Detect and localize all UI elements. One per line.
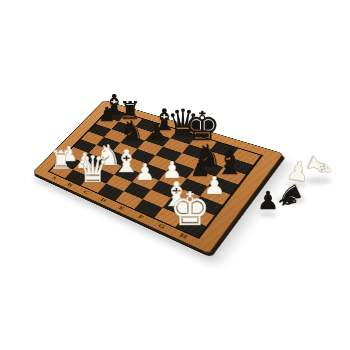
file-label-c: C	[82, 189, 90, 195]
file-label-e: E	[118, 205, 126, 211]
product-photo-stage: ABCDEFGH ♝♜♟♝♛♟♞♚♟♞♞♟♜♝♝♟♟♟♛♟♝♚ ♟♝♞♟	[0, 0, 350, 350]
board-grid	[50, 109, 261, 237]
file-label-a: A	[51, 175, 58, 180]
piece-shadow	[259, 211, 277, 217]
captured-white-bishop[interactable]: ♝	[300, 148, 339, 185]
piece-shadow	[305, 177, 331, 184]
piece-shadow	[276, 196, 306, 204]
captured-black-pawn[interactable]: ♟	[257, 188, 279, 213]
chess-board[interactable]: ABCDEFGH	[32, 100, 284, 254]
file-label-g: G	[157, 223, 166, 230]
captured-black-knight[interactable]: ♞	[270, 178, 309, 215]
file-label-b: B	[66, 182, 73, 187]
file-label-f: F	[137, 214, 145, 220]
file-label-d: D	[100, 197, 108, 203]
captured-white-pawn[interactable]: ♟	[285, 156, 312, 186]
file-label-h: H	[178, 232, 188, 239]
piece-shadow	[286, 182, 306, 188]
